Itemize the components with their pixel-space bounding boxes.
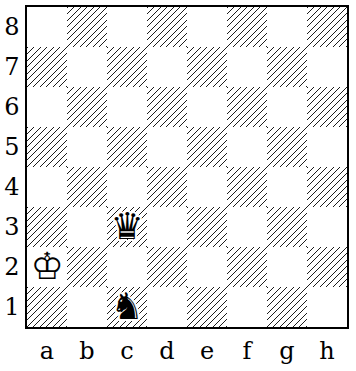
- file-labels: abcdefgh: [27, 334, 347, 368]
- rank-label-4: 4: [0, 167, 24, 207]
- square-g1[interactable]: [267, 287, 307, 327]
- rank-label-6: 6: [0, 87, 24, 127]
- square-g7[interactable]: [267, 47, 307, 87]
- square-h5[interactable]: [307, 127, 347, 167]
- square-d6[interactable]: [147, 87, 187, 127]
- square-h4[interactable]: [307, 167, 347, 207]
- square-c6[interactable]: [107, 87, 147, 127]
- square-b2[interactable]: [67, 247, 107, 287]
- square-a3[interactable]: [27, 207, 67, 247]
- square-c1[interactable]: ♞: [107, 287, 147, 327]
- black-knight-c1[interactable]: ♞: [110, 287, 143, 327]
- file-label-a: a: [27, 334, 67, 368]
- square-b8[interactable]: [67, 7, 107, 47]
- rank-label-3: 3: [0, 207, 24, 247]
- square-e6[interactable]: [187, 87, 227, 127]
- square-a7[interactable]: [27, 47, 67, 87]
- file-label-c: c: [107, 334, 147, 368]
- square-e5[interactable]: [187, 127, 227, 167]
- square-f1[interactable]: [227, 287, 267, 327]
- square-h6[interactable]: [307, 87, 347, 127]
- square-a2[interactable]: ♔: [27, 247, 67, 287]
- rank-label-2: 2: [0, 247, 24, 287]
- square-a4[interactable]: [27, 167, 67, 207]
- square-d4[interactable]: [147, 167, 187, 207]
- square-g8[interactable]: [267, 7, 307, 47]
- square-e2[interactable]: [187, 247, 227, 287]
- square-d1[interactable]: [147, 287, 187, 327]
- square-a8[interactable]: [27, 7, 67, 47]
- square-e4[interactable]: [187, 167, 227, 207]
- white-king-a2[interactable]: ♔: [30, 247, 63, 287]
- square-a1[interactable]: [27, 287, 67, 327]
- file-label-h: h: [307, 334, 347, 368]
- file-label-g: g: [267, 334, 307, 368]
- square-h8[interactable]: [307, 7, 347, 47]
- square-b4[interactable]: [67, 167, 107, 207]
- square-f5[interactable]: [227, 127, 267, 167]
- file-label-d: d: [147, 334, 187, 368]
- file-label-b: b: [67, 334, 107, 368]
- square-g3[interactable]: [267, 207, 307, 247]
- square-b5[interactable]: [67, 127, 107, 167]
- square-d7[interactable]: [147, 47, 187, 87]
- square-b1[interactable]: [67, 287, 107, 327]
- rank-label-1: 1: [0, 287, 24, 327]
- square-f3[interactable]: [227, 207, 267, 247]
- file-label-f: f: [227, 334, 267, 368]
- square-e7[interactable]: [187, 47, 227, 87]
- square-d2[interactable]: [147, 247, 187, 287]
- square-h7[interactable]: [307, 47, 347, 87]
- rank-label-7: 7: [0, 47, 24, 87]
- square-c5[interactable]: [107, 127, 147, 167]
- chess-diagram: 87654321 ♛♔♞ abcdefgh: [0, 0, 356, 371]
- square-d5[interactable]: [147, 127, 187, 167]
- square-b6[interactable]: [67, 87, 107, 127]
- square-h3[interactable]: [307, 207, 347, 247]
- square-f4[interactable]: [227, 167, 267, 207]
- square-c4[interactable]: [107, 167, 147, 207]
- square-e1[interactable]: [187, 287, 227, 327]
- square-f7[interactable]: [227, 47, 267, 87]
- square-g6[interactable]: [267, 87, 307, 127]
- square-c7[interactable]: [107, 47, 147, 87]
- square-f6[interactable]: [227, 87, 267, 127]
- square-d8[interactable]: [147, 7, 187, 47]
- square-g5[interactable]: [267, 127, 307, 167]
- square-g2[interactable]: [267, 247, 307, 287]
- file-label-e: e: [187, 334, 227, 368]
- square-a6[interactable]: [27, 87, 67, 127]
- square-e8[interactable]: [187, 7, 227, 47]
- square-h2[interactable]: [307, 247, 347, 287]
- square-c8[interactable]: [107, 7, 147, 47]
- black-queen-c3[interactable]: ♛: [110, 207, 143, 247]
- square-g4[interactable]: [267, 167, 307, 207]
- rank-label-8: 8: [0, 7, 24, 47]
- rank-labels: 87654321: [0, 7, 24, 327]
- square-f8[interactable]: [227, 7, 267, 47]
- square-c2[interactable]: [107, 247, 147, 287]
- square-c3[interactable]: ♛: [107, 207, 147, 247]
- rank-label-5: 5: [0, 127, 24, 167]
- square-h1[interactable]: [307, 287, 347, 327]
- chess-board: ♛♔♞: [25, 5, 349, 329]
- square-e3[interactable]: [187, 207, 227, 247]
- square-d3[interactable]: [147, 207, 187, 247]
- square-b3[interactable]: [67, 207, 107, 247]
- square-f2[interactable]: [227, 247, 267, 287]
- square-b7[interactable]: [67, 47, 107, 87]
- square-a5[interactable]: [27, 127, 67, 167]
